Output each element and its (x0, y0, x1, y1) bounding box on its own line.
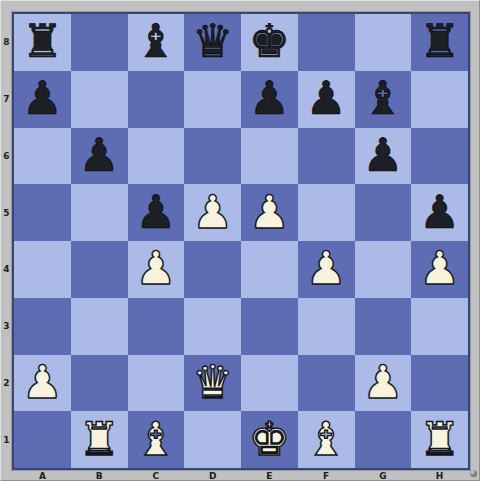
square-g2[interactable]: ♟ (355, 355, 412, 412)
square-a1[interactable] (14, 411, 71, 468)
piece-white-pawn[interactable]: ♟ (192, 189, 233, 235)
square-b7[interactable] (71, 71, 128, 128)
piece-white-pawn[interactable]: ♟ (419, 245, 460, 291)
square-h1[interactable]: ♜ (411, 411, 468, 468)
piece-black-pawn[interactable]: ♟ (306, 75, 347, 121)
square-h3[interactable] (411, 298, 468, 355)
resize-grip-icon (470, 470, 477, 477)
square-e5[interactable]: ♟ (241, 184, 298, 241)
square-b3[interactable] (71, 298, 128, 355)
square-g4[interactable] (355, 241, 412, 298)
rank-label-5: 5 (1, 184, 12, 241)
square-g1[interactable] (355, 411, 412, 468)
square-d7[interactable] (184, 71, 241, 128)
square-d3[interactable] (184, 298, 241, 355)
piece-black-rook[interactable]: ♜ (22, 18, 63, 64)
square-f1[interactable]: ♝ (298, 411, 355, 468)
piece-black-pawn[interactable]: ♟ (362, 132, 403, 178)
square-f3[interactable] (298, 298, 355, 355)
square-c6[interactable] (128, 128, 185, 185)
square-c1[interactable]: ♝ (128, 411, 185, 468)
piece-white-bishop[interactable]: ♝ (306, 416, 347, 462)
square-d2[interactable]: ♛ (184, 355, 241, 412)
window-background: 87654321 ABCDEFGH ♜♝♛♚♜♟♟♟♝♟♟♟♟♟♟♟♟♟♟♛♟♜… (0, 0, 480, 481)
square-a8[interactable]: ♜ (14, 14, 71, 71)
square-a6[interactable] (14, 128, 71, 185)
piece-black-pawn[interactable]: ♟ (249, 75, 290, 121)
square-e2[interactable] (241, 355, 298, 412)
square-f4[interactable]: ♟ (298, 241, 355, 298)
piece-black-bishop[interactable]: ♝ (135, 18, 176, 64)
square-b8[interactable] (71, 14, 128, 71)
piece-black-pawn[interactable]: ♟ (135, 189, 176, 235)
piece-black-rook[interactable]: ♜ (419, 18, 460, 64)
square-e7[interactable]: ♟ (241, 71, 298, 128)
square-d6[interactable] (184, 128, 241, 185)
file-label-g: G (355, 470, 412, 481)
chess-board: ♜♝♛♚♜♟♟♟♝♟♟♟♟♟♟♟♟♟♟♛♟♜♝♚♝♜ (14, 14, 468, 468)
square-h2[interactable] (411, 355, 468, 412)
piece-black-pawn[interactable]: ♟ (419, 189, 460, 235)
square-h4[interactable]: ♟ (411, 241, 468, 298)
square-g5[interactable] (355, 184, 412, 241)
square-a4[interactable] (14, 241, 71, 298)
square-a7[interactable]: ♟ (14, 71, 71, 128)
piece-white-pawn[interactable]: ♟ (135, 245, 176, 291)
square-c2[interactable] (128, 355, 185, 412)
rank-label-4: 4 (1, 241, 12, 298)
square-b5[interactable] (71, 184, 128, 241)
square-d8[interactable]: ♛ (184, 14, 241, 71)
square-e1[interactable]: ♚ (241, 411, 298, 468)
piece-white-pawn[interactable]: ♟ (306, 245, 347, 291)
square-g7[interactable]: ♝ (355, 71, 412, 128)
square-c8[interactable]: ♝ (128, 14, 185, 71)
square-h8[interactable]: ♜ (411, 14, 468, 71)
file-label-d: D (184, 470, 241, 481)
piece-black-king[interactable]: ♚ (249, 18, 290, 64)
square-c4[interactable]: ♟ (128, 241, 185, 298)
square-f8[interactable] (298, 14, 355, 71)
square-f5[interactable] (298, 184, 355, 241)
piece-white-rook[interactable]: ♜ (79, 416, 120, 462)
piece-black-bishop[interactable]: ♝ (362, 75, 403, 121)
file-label-c: C (128, 470, 185, 481)
rank-label-7: 7 (1, 71, 12, 128)
piece-black-queen[interactable]: ♛ (192, 18, 233, 64)
piece-white-rook[interactable]: ♜ (419, 416, 460, 462)
piece-black-pawn[interactable]: ♟ (79, 132, 120, 178)
piece-black-pawn[interactable]: ♟ (22, 75, 63, 121)
square-a5[interactable] (14, 184, 71, 241)
square-b4[interactable] (71, 241, 128, 298)
piece-white-king[interactable]: ♚ (249, 416, 290, 462)
square-d1[interactable] (184, 411, 241, 468)
rank-label-3: 3 (1, 298, 12, 355)
square-f7[interactable]: ♟ (298, 71, 355, 128)
square-f6[interactable] (298, 128, 355, 185)
square-d5[interactable]: ♟ (184, 184, 241, 241)
square-h5[interactable]: ♟ (411, 184, 468, 241)
square-b1[interactable]: ♜ (71, 411, 128, 468)
file-label-f: F (298, 470, 355, 481)
square-f2[interactable] (298, 355, 355, 412)
file-label-b: B (71, 470, 128, 481)
square-h6[interactable] (411, 128, 468, 185)
square-g3[interactable] (355, 298, 412, 355)
square-e6[interactable] (241, 128, 298, 185)
rank-labels: 87654321 (1, 14, 12, 468)
piece-white-pawn[interactable]: ♟ (362, 359, 403, 405)
square-h7[interactable] (411, 71, 468, 128)
square-e8[interactable]: ♚ (241, 14, 298, 71)
square-c7[interactable] (128, 71, 185, 128)
piece-white-pawn[interactable]: ♟ (249, 189, 290, 235)
rank-label-8: 8 (1, 14, 12, 71)
rank-label-6: 6 (1, 128, 12, 185)
square-a3[interactable] (14, 298, 71, 355)
file-label-a: A (14, 470, 71, 481)
square-g8[interactable] (355, 14, 412, 71)
square-g6[interactable]: ♟ (355, 128, 412, 185)
square-a2[interactable]: ♟ (14, 355, 71, 412)
square-b6[interactable]: ♟ (71, 128, 128, 185)
square-c5[interactable]: ♟ (128, 184, 185, 241)
piece-white-bishop[interactable]: ♝ (135, 416, 176, 462)
file-label-h: H (411, 470, 468, 481)
square-b2[interactable] (71, 355, 128, 412)
rank-label-1: 1 (1, 411, 12, 468)
square-c3[interactable] (128, 298, 185, 355)
piece-white-pawn[interactable]: ♟ (22, 359, 63, 405)
square-d4[interactable] (184, 241, 241, 298)
file-labels: ABCDEFGH (14, 470, 468, 481)
square-e3[interactable] (241, 298, 298, 355)
piece-white-queen[interactable]: ♛ (192, 359, 233, 405)
board-frame: ♜♝♛♚♜♟♟♟♝♟♟♟♟♟♟♟♟♟♟♛♟♜♝♚♝♜ (12, 12, 470, 470)
square-e4[interactable] (241, 241, 298, 298)
rank-label-2: 2 (1, 355, 12, 412)
file-label-e: E (241, 470, 298, 481)
